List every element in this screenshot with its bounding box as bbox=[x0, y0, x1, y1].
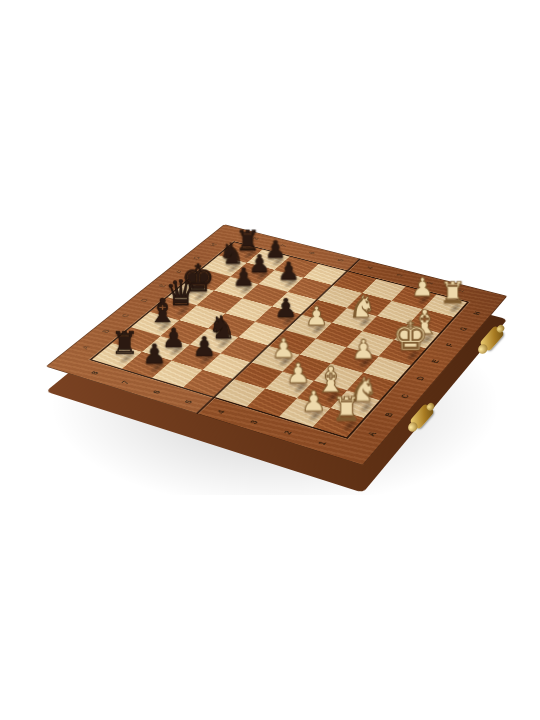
piece-white-pawn-b3[interactable]: ♟ bbox=[286, 361, 311, 387]
rank-label: 5 bbox=[335, 258, 345, 262]
piece-white-pawn-h2[interactable]: ♟ bbox=[411, 276, 434, 300]
piece-white-pawn-a2[interactable]: ♟ bbox=[301, 388, 326, 415]
product-photo: 87654321 87654321 ABCDEFGH ABCDEFGH ♜♝♛♚… bbox=[0, 0, 540, 720]
rank-label: 8 bbox=[88, 370, 100, 375]
file-label: H bbox=[208, 242, 219, 246]
rank-label: 5 bbox=[182, 399, 194, 404]
rank-label: 7 bbox=[119, 380, 131, 385]
piece-white-pawn-e4[interactable]: ♟ bbox=[305, 304, 328, 329]
rank-label: 6 bbox=[150, 389, 162, 394]
file-label: E bbox=[429, 359, 441, 365]
rank-label: 4 bbox=[364, 266, 374, 270]
file-label: F bbox=[444, 342, 456, 347]
rank-label: 3 bbox=[247, 419, 259, 425]
piece-black-rook-a8[interactable]: ♜ bbox=[111, 329, 139, 358]
file-label: C bbox=[399, 393, 412, 399]
piece-black-pawn-e5[interactable]: ♟ bbox=[274, 296, 297, 320]
piece-white-king-e1[interactable]: ♚ bbox=[392, 317, 428, 355]
file-label: H bbox=[471, 311, 483, 316]
file-label: C bbox=[120, 313, 132, 318]
file-label: A bbox=[80, 345, 92, 351]
scene: 87654321 87654321 ABCDEFGH ABCDEFGH ♜♝♛♚… bbox=[0, 0, 540, 720]
rank-label: 1 bbox=[315, 440, 328, 446]
rank-label: 4 bbox=[214, 409, 226, 415]
folding-chess-board: 87654321 87654321 ABCDEFGH ABCDEFGH ♜♝♛♚… bbox=[46, 224, 508, 465]
piece-black-pawn-g6[interactable]: ♟ bbox=[277, 259, 299, 282]
piece-white-rook-h1[interactable]: ♜ bbox=[440, 280, 466, 308]
rank-label: 2 bbox=[281, 430, 293, 436]
file-label: B bbox=[382, 412, 395, 418]
piece-white-rook-a1[interactable]: ♜ bbox=[332, 394, 362, 425]
piece-black-pawn-a7[interactable]: ♟ bbox=[143, 341, 167, 367]
file-label: D bbox=[414, 375, 426, 381]
rank-label: 6 bbox=[306, 251, 316, 255]
rank-label: 3 bbox=[394, 273, 405, 277]
piece-white-pawn-d2[interactable]: ♟ bbox=[351, 337, 375, 363]
piece-black-pawn-b6[interactable]: ♟ bbox=[192, 334, 216, 359]
file-label: G bbox=[457, 326, 469, 332]
piece-white-knight-f3[interactable]: ♞ bbox=[349, 292, 377, 321]
file-label: A bbox=[366, 431, 379, 438]
piece-black-pawn-f7[interactable]: ♟ bbox=[232, 266, 254, 290]
